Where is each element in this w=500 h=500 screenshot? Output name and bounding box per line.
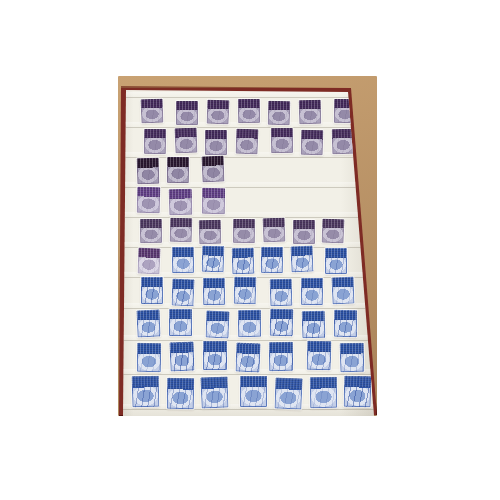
stamp-purple — [268, 101, 291, 126]
strip-line — [118, 217, 377, 218]
stamp-blue — [169, 309, 192, 336]
stamp-blue — [309, 377, 336, 408]
stamp-blue — [332, 277, 355, 305]
stamp-blue — [234, 277, 257, 305]
stamp-blue — [203, 278, 225, 305]
album-page — [118, 76, 377, 416]
stamp-purple — [299, 100, 322, 125]
stamp-blue — [236, 343, 261, 373]
stamp-purple-grey — [169, 218, 192, 243]
stamp-purple-light — [136, 187, 160, 214]
stamp-blue — [269, 342, 293, 371]
stamp-purple-darkest — [137, 158, 160, 185]
stamp-purple-grey — [262, 218, 285, 243]
stamp-purple — [301, 130, 324, 156]
stamp-blue — [339, 343, 364, 373]
stamp-blue — [136, 343, 160, 372]
stamp-purple-grey — [293, 220, 315, 244]
stamp-blue — [290, 246, 313, 273]
stamp-blue — [141, 277, 163, 304]
stamp-purple-grey — [322, 219, 345, 244]
stamp-purple — [270, 128, 292, 153]
stamp-blue — [172, 279, 195, 307]
stamp-album-photo — [118, 76, 377, 416]
stamp-purple-grey — [233, 219, 255, 243]
stamp-purple — [237, 99, 259, 123]
stamp-blue — [274, 378, 302, 410]
stamp-blue — [137, 310, 161, 338]
stamp-blue — [269, 279, 292, 307]
strip-line — [118, 409, 377, 410]
stamp-blue — [172, 247, 194, 273]
stamp-purple — [176, 101, 198, 125]
stamp-purple — [235, 129, 258, 155]
stamp-blue — [231, 248, 254, 275]
stamp-blue — [238, 310, 261, 337]
stamp-blue — [344, 376, 372, 408]
stamp-blue — [261, 247, 283, 273]
stamp-blue — [169, 342, 194, 372]
stamp-blue — [306, 341, 331, 371]
stamp-purple-grey — [199, 220, 222, 245]
stamp-blue — [325, 248, 347, 274]
stamp-purple — [332, 129, 355, 155]
stamp-blue — [334, 310, 357, 337]
stamp-blue — [301, 278, 323, 305]
stamp-purple-light — [169, 189, 193, 216]
stamp-purple-darkest — [167, 157, 189, 183]
stamp-blue — [201, 246, 224, 273]
strip-line — [118, 340, 377, 341]
stamp-blue — [205, 311, 229, 339]
stamp-purple — [206, 100, 229, 125]
stamp-purple — [205, 130, 227, 155]
stamp-blue — [302, 311, 326, 339]
stamp-purple — [144, 129, 166, 154]
stamp-purple — [174, 128, 197, 154]
strip-line — [118, 127, 377, 128]
stamp-purple-light — [202, 188, 225, 214]
photo-canvas — [0, 0, 500, 500]
stamp-blue — [270, 309, 294, 337]
stamp-blue — [203, 341, 227, 370]
stamp-purple-grey — [140, 219, 162, 243]
stamp-blue — [166, 378, 193, 409]
stamp-blue — [240, 376, 267, 407]
stamp-purple-darkest — [201, 156, 224, 183]
stamp-lavender-pale — [138, 248, 161, 275]
stamp-purple — [141, 99, 164, 124]
stamp-blue — [201, 377, 229, 409]
stamp-blue — [132, 376, 160, 408]
